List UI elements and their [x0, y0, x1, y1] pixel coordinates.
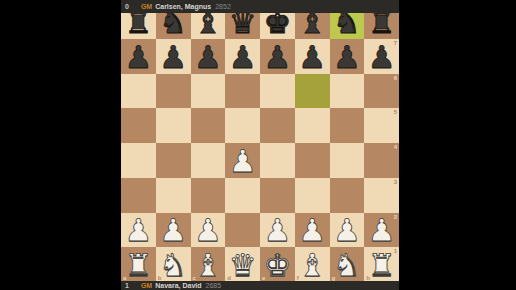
player-name-bottom: Navara, David	[155, 282, 201, 289]
black-pawn[interactable]: ♟	[121, 40, 156, 75]
player-rating-bottom: 2685	[206, 282, 222, 289]
square-f5[interactable]	[295, 108, 330, 143]
square-c5[interactable]	[191, 108, 226, 143]
square-b3[interactable]	[156, 178, 191, 213]
match-score-bottom: 1	[125, 282, 129, 289]
match-score-top: 0	[125, 3, 129, 10]
square-h5[interactable]: 5	[364, 108, 399, 143]
square-b1[interactable]: ♞b	[156, 247, 191, 282]
square-h1[interactable]: ♜1h	[364, 247, 399, 282]
white-rook[interactable]: ♜	[364, 248, 399, 283]
square-a3[interactable]	[121, 178, 156, 213]
black-pawn[interactable]: ♟	[295, 40, 330, 75]
square-a4[interactable]	[121, 143, 156, 178]
square-b2[interactable]: ♟	[156, 213, 191, 248]
player-bar-bottom: 1 GM Navara, David 2685	[121, 281, 399, 290]
square-d2[interactable]	[225, 213, 260, 248]
white-bishop[interactable]: ♝	[295, 248, 330, 283]
white-bishop[interactable]: ♝	[191, 248, 226, 283]
square-a5[interactable]	[121, 108, 156, 143]
square-a6[interactable]	[121, 74, 156, 109]
square-c6[interactable]	[191, 74, 226, 109]
white-queen[interactable]: ♛	[225, 248, 260, 283]
white-pawn[interactable]: ♟	[364, 214, 399, 249]
black-pawn[interactable]: ♟	[191, 40, 226, 75]
square-f7[interactable]: ♟	[295, 39, 330, 74]
black-pawn[interactable]: ♟	[330, 40, 365, 75]
player-title-bottom: GM	[141, 282, 152, 289]
square-b5[interactable]	[156, 108, 191, 143]
player-title-top: GM	[141, 3, 152, 10]
white-pawn[interactable]: ♟	[156, 214, 191, 249]
player-name-top: Carlsen, Magnus	[155, 3, 211, 10]
square-d6[interactable]	[225, 74, 260, 109]
rank-label-6: 6	[394, 75, 397, 81]
white-knight[interactable]: ♞	[330, 248, 365, 283]
square-e1[interactable]: ♚e	[260, 247, 295, 282]
video-frame: 0 GM Carlsen, Magnus 2852 ♜♞♝♛♚♝♞♜8♟♟♟♟♟…	[0, 0, 516, 290]
square-f6[interactable]	[295, 74, 330, 109]
black-pawn[interactable]: ♟	[364, 40, 399, 75]
player-rating-top: 2852	[215, 3, 231, 10]
square-h2[interactable]: ♟2	[364, 213, 399, 248]
black-pawn[interactable]: ♟	[260, 40, 295, 75]
square-c7[interactable]: ♟	[191, 39, 226, 74]
square-e5[interactable]	[260, 108, 295, 143]
square-c1[interactable]: ♝c	[191, 247, 226, 282]
black-pawn[interactable]: ♟	[156, 40, 191, 75]
square-f2[interactable]: ♟	[295, 213, 330, 248]
square-f4[interactable]	[295, 143, 330, 178]
rank-label-4: 4	[394, 144, 397, 150]
square-c4[interactable]	[191, 143, 226, 178]
square-h6[interactable]: 6	[364, 74, 399, 109]
square-g7[interactable]: ♟	[330, 39, 365, 74]
rank-label-3: 3	[394, 179, 397, 185]
square-h3[interactable]: 3	[364, 178, 399, 213]
square-g1[interactable]: ♞g	[330, 247, 365, 282]
rank-label-5: 5	[394, 109, 397, 115]
white-pawn[interactable]: ♟	[260, 214, 295, 249]
square-g5[interactable]	[330, 108, 365, 143]
square-e6[interactable]	[260, 74, 295, 109]
square-g2[interactable]: ♟	[330, 213, 365, 248]
chess-board[interactable]: ♜♞♝♛♚♝♞♜8♟♟♟♟♟♟♟♟765♟43♟♟♟♟♟♟♟2♜a♞b♝c♛d♚…	[121, 4, 399, 282]
white-pawn[interactable]: ♟	[121, 214, 156, 249]
white-king[interactable]: ♚	[260, 248, 295, 283]
white-pawn[interactable]: ♟	[295, 214, 330, 249]
square-d4[interactable]: ♟	[225, 143, 260, 178]
square-e7[interactable]: ♟	[260, 39, 295, 74]
square-g6[interactable]	[330, 74, 365, 109]
square-e3[interactable]	[260, 178, 295, 213]
square-f3[interactable]	[295, 178, 330, 213]
square-g3[interactable]	[330, 178, 365, 213]
white-knight[interactable]: ♞	[156, 248, 191, 283]
white-pawn[interactable]: ♟	[330, 214, 365, 249]
white-pawn[interactable]: ♟	[191, 214, 226, 249]
square-g4[interactable]	[330, 143, 365, 178]
white-pawn[interactable]: ♟	[225, 144, 260, 179]
square-a1[interactable]: ♜a	[121, 247, 156, 282]
square-a7[interactable]: ♟	[121, 39, 156, 74]
square-a2[interactable]: ♟	[121, 213, 156, 248]
square-c2[interactable]: ♟	[191, 213, 226, 248]
white-rook[interactable]: ♜	[121, 248, 156, 283]
square-d7[interactable]: ♟	[225, 39, 260, 74]
square-b4[interactable]	[156, 143, 191, 178]
square-f1[interactable]: ♝f	[295, 247, 330, 282]
square-d3[interactable]	[225, 178, 260, 213]
square-c3[interactable]	[191, 178, 226, 213]
square-b7[interactable]: ♟	[156, 39, 191, 74]
square-d5[interactable]	[225, 108, 260, 143]
square-e2[interactable]: ♟	[260, 213, 295, 248]
player-bar-top: 0 GM Carlsen, Magnus 2852	[121, 0, 399, 13]
square-e4[interactable]	[260, 143, 295, 178]
square-h4[interactable]: 4	[364, 143, 399, 178]
black-pawn[interactable]: ♟	[225, 40, 260, 75]
square-b6[interactable]	[156, 74, 191, 109]
square-h7[interactable]: ♟7	[364, 39, 399, 74]
square-d1[interactable]: ♛d	[225, 247, 260, 282]
